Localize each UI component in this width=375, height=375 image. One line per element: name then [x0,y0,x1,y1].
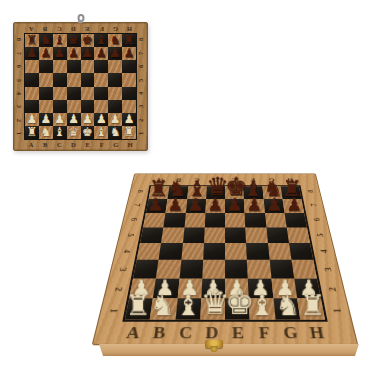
file-label-d: D [206,175,225,184]
piece-white-bishop-f1: ♝ [250,292,275,320]
square-c6 [184,213,205,228]
piece-white-knight-b1: ♞ [150,292,175,320]
rank-label-7: 7 [127,198,145,212]
square-h4 [289,243,314,260]
square-e5 [225,227,246,243]
square-d6 [205,213,225,228]
square-d7: ♟ [205,199,225,213]
rank-label-4: 4 [116,243,136,260]
square-h5 [286,227,310,243]
square-c7: ♟ [185,199,205,213]
latch-pin-icon [211,346,218,352]
square-b5 [161,227,184,243]
file-label-e: E [225,323,252,343]
product-photo: ABCDEFGH ABCDEFGH 87654321 87654321 ♜♞♝♛… [0,0,375,375]
piece-black-pawn-f7: ♟ [245,195,265,213]
square-c4 [181,243,204,260]
file-label-a: A [118,323,148,343]
file-label-c: C [187,175,206,184]
rank-label-6: 6 [124,212,142,227]
piece-white-knight-g1: ♞ [275,292,300,320]
square-b6 [164,213,186,228]
file-labels-bottom-large: ABCDEFGH [118,323,332,343]
file-label-g: G [276,323,305,343]
rank-label-8: 8 [131,185,148,198]
square-e1: ♚ [225,298,250,320]
square-f6 [245,213,266,228]
square-b7: ♟ [166,199,187,213]
rank-label-7: 7 [305,198,323,212]
piece-black-pawn-a7: ♟ [146,195,166,213]
rank-label-4: 4 [314,243,334,260]
square-d4 [203,243,225,260]
rank-label-5: 5 [120,227,139,243]
file-label-b: B [145,323,174,343]
piece-white-rook-h1: ♜ [300,292,325,320]
square-a6 [143,213,166,228]
file-label-a: A [150,175,170,184]
rank-label-1: 1 [326,299,349,321]
piece-black-pawn-d7: ♟ [205,195,225,213]
piece-black-pawn-h7: ♟ [284,195,304,213]
chessboard-large: ♜♞♝♛♚♝♞♜♟♟♟♟♟♟♟♟♟♟♟♟♟♟♟♟♜♞♝♛♚♝♞♜ [122,185,327,321]
square-f5 [245,227,267,243]
square-g6 [265,213,287,228]
square-f1: ♝ [249,298,275,320]
brass-latch [205,340,223,348]
square-a5 [140,227,164,243]
piece-black-pawn-g7: ♟ [264,195,284,213]
piece-white-queen-d1: ♛ [200,287,225,320]
open-board-surface: ABCDEFGH ABCDEFGH 87654321 87654321 ♜♞♝♛… [92,173,359,345]
open-board: ABCDEFGH ABCDEFGH 87654321 87654321 ♜♞♝♛… [0,0,375,375]
file-label-f: F [251,323,279,343]
piece-black-pawn-e7: ♟ [225,195,245,213]
piece-white-king-e1: ♚ [225,287,250,320]
square-g7: ♟ [263,199,284,213]
square-h7: ♟ [282,199,304,213]
square-d1: ♛ [200,298,225,320]
rank-label-8: 8 [302,185,319,198]
file-label-e: E [225,175,244,184]
piece-black-pawn-b7: ♟ [166,195,186,213]
file-label-g: G [262,175,282,184]
file-label-h: H [302,323,332,343]
square-g1: ♞ [273,298,300,320]
file-labels-top-large: ABCDEFGH [150,175,300,184]
square-d5 [204,227,225,243]
rank-label-5: 5 [311,227,330,243]
file-label-f: F [243,175,262,184]
square-b4 [159,243,183,260]
file-label-b: B [169,175,189,184]
square-h1: ♜ [297,298,325,320]
rank-label-1: 1 [101,299,124,321]
square-a7: ♟ [146,199,168,213]
square-e7: ♟ [225,199,245,213]
square-a4 [137,243,162,260]
square-c5 [183,227,205,243]
square-f4 [246,243,269,260]
square-e4 [225,243,247,260]
square-e6 [225,213,245,228]
square-h6 [284,213,307,228]
rank-label-6: 6 [308,212,326,227]
square-g4 [268,243,292,260]
square-g5 [266,227,289,243]
piece-white-bishop-c1: ♝ [175,292,200,320]
file-label-h: H [280,175,300,184]
box-side-edge [95,344,363,356]
piece-black-pawn-c7: ♟ [186,195,206,213]
square-c1: ♝ [175,298,201,320]
square-a1: ♜ [125,298,153,320]
piece-white-rook-a1: ♜ [125,292,150,320]
square-f7: ♟ [244,199,264,213]
file-label-c: C [172,323,200,343]
square-b1: ♞ [150,298,177,320]
